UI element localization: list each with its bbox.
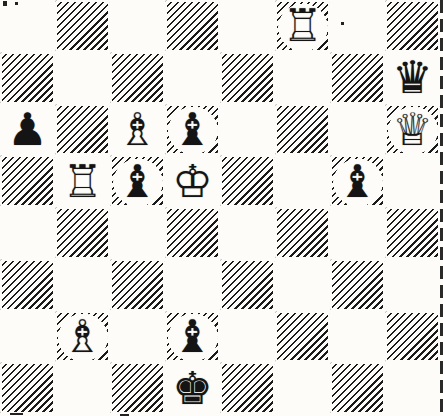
square-a4	[0, 207, 55, 259]
square-d2: ♝	[165, 311, 220, 363]
square-b8	[55, 0, 110, 52]
black-pawn-a6: ♟	[3, 104, 53, 154]
square-d8	[165, 0, 220, 52]
square-b6	[55, 104, 110, 156]
black-king-d1: ♚	[168, 363, 218, 413]
square-d6: ♝	[165, 104, 220, 156]
square-b1	[55, 362, 110, 414]
square-f1	[275, 362, 330, 414]
square-d1: ♚	[165, 362, 220, 414]
square-g6	[330, 104, 385, 156]
square-a2	[0, 311, 55, 363]
chess-board: ♖♛♟♗♝♕♖♝♔♝♗♝♚	[0, 0, 440, 414]
square-a6: ♟	[0, 104, 55, 156]
square-b2: ♗	[55, 311, 110, 363]
square-h4	[385, 207, 440, 259]
square-g5: ♝	[330, 155, 385, 207]
white-queen-h6: ♕	[388, 104, 438, 154]
square-h2	[385, 311, 440, 363]
black-bishop-d6: ♝	[168, 104, 218, 154]
square-e7	[220, 52, 275, 104]
scan-speckle	[10, 413, 23, 415]
square-e6	[220, 104, 275, 156]
white-king-d5: ♔	[168, 156, 218, 206]
square-d3	[165, 259, 220, 311]
square-b3	[55, 259, 110, 311]
square-d7	[165, 52, 220, 104]
square-h8	[385, 0, 440, 52]
square-c7	[110, 52, 165, 104]
square-c6: ♗	[110, 104, 165, 156]
square-c5: ♝	[110, 155, 165, 207]
square-g4	[330, 207, 385, 259]
square-g7	[330, 52, 385, 104]
square-g8	[330, 0, 385, 52]
square-f2	[275, 311, 330, 363]
square-g2	[330, 311, 385, 363]
white-bishop-c6: ♗	[113, 104, 163, 154]
square-c2	[110, 311, 165, 363]
square-e1	[220, 362, 275, 414]
scan-speckle	[15, 2, 18, 5]
square-f6	[275, 104, 330, 156]
square-f8: ♖	[275, 0, 330, 52]
square-e2	[220, 311, 275, 363]
square-g3	[330, 259, 385, 311]
scanned-chess-diagram: ♖♛♟♗♝♕♖♝♔♝♗♝♚	[0, 0, 443, 416]
square-e3	[220, 259, 275, 311]
square-h1	[385, 362, 440, 414]
square-a3	[0, 259, 55, 311]
square-f4	[275, 207, 330, 259]
white-bishop-b2: ♗	[58, 311, 108, 361]
square-e4	[220, 207, 275, 259]
square-f3	[275, 259, 330, 311]
square-d4	[165, 207, 220, 259]
square-f5	[275, 155, 330, 207]
scan-speckle	[3, 1, 7, 6]
black-bishop-d2: ♝	[168, 311, 218, 361]
square-b5: ♖	[55, 155, 110, 207]
square-a5	[0, 155, 55, 207]
square-h7: ♛	[385, 52, 440, 104]
black-queen-h7: ♛	[388, 53, 438, 103]
square-e5	[220, 155, 275, 207]
black-bishop-g5: ♝	[333, 156, 383, 206]
square-h5	[385, 155, 440, 207]
white-rook-b5: ♖	[58, 156, 108, 206]
square-g1	[330, 362, 385, 414]
white-rook-f8: ♖	[278, 1, 328, 51]
square-a8	[0, 0, 55, 52]
scan-speckle	[341, 22, 344, 25]
square-c3	[110, 259, 165, 311]
square-h6: ♕	[385, 104, 440, 156]
square-c4	[110, 207, 165, 259]
black-bishop-c5: ♝	[113, 156, 163, 206]
square-f7	[275, 52, 330, 104]
square-c1	[110, 362, 165, 414]
square-c8	[110, 0, 165, 52]
square-b7	[55, 52, 110, 104]
square-d5: ♔	[165, 155, 220, 207]
square-b4	[55, 207, 110, 259]
square-e8	[220, 0, 275, 52]
square-a7	[0, 52, 55, 104]
square-a1	[0, 362, 55, 414]
square-h3	[385, 259, 440, 311]
